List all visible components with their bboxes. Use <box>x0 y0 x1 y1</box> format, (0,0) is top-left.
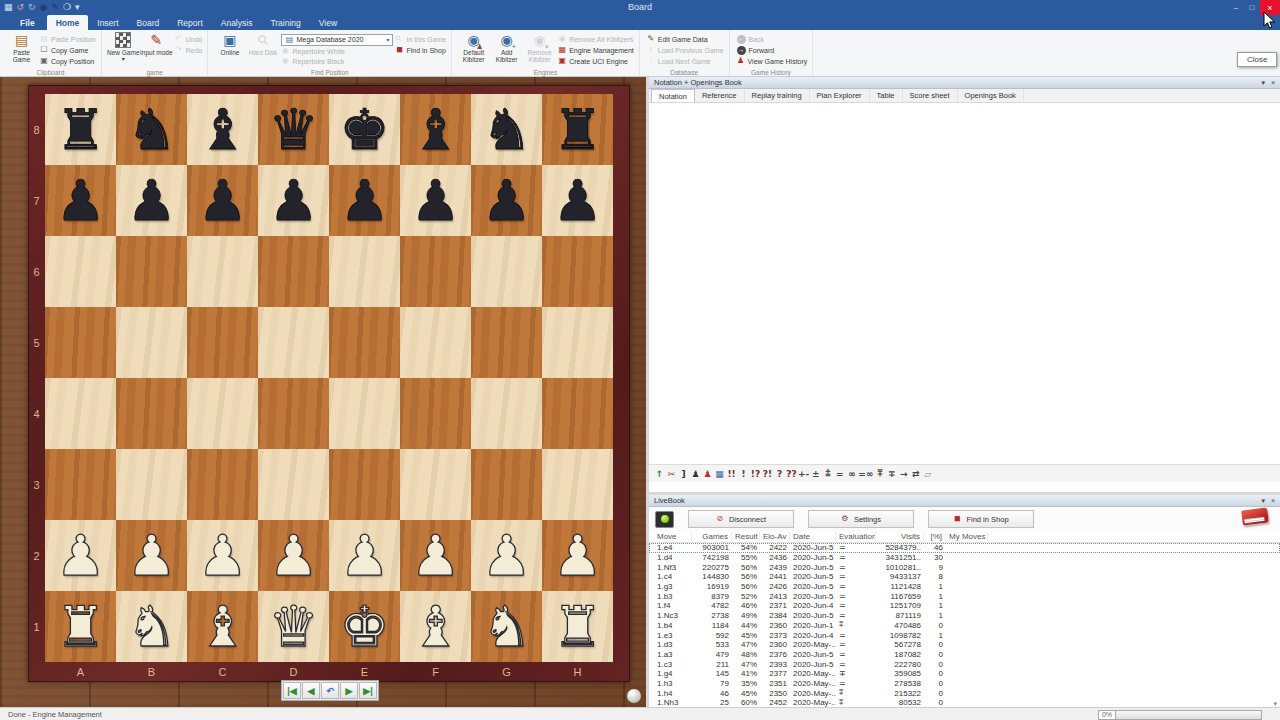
livebook-table: MoveGamesResultElo-AvDateEvaluationVisit… <box>649 531 1280 708</box>
square-c6[interactable] <box>187 236 258 307</box>
square-a4[interactable] <box>45 378 116 449</box>
square-c1[interactable]: ♝ <box>187 591 258 662</box>
cell-games: 16919 <box>692 582 732 591</box>
online-button[interactable]: ▣Online <box>213 32 246 66</box>
white-winning[interactable]: +- <box>798 469 809 479</box>
cell-evaluation: = <box>836 631 876 640</box>
piece-white-pawn[interactable]: ♟ <box>481 520 531 591</box>
goto-start-button[interactable]: |◀ <box>283 682 301 699</box>
square-g7[interactable]: ♟ <box>471 165 542 236</box>
button-label: Create UCI Engine <box>569 58 628 65</box>
cell-result: 44% <box>732 621 760 630</box>
panel-close-icon[interactable]: × <box>1271 79 1275 87</box>
square-d1[interactable]: ♛ <box>258 591 329 662</box>
unclear[interactable]: ∞ <box>846 469 857 479</box>
database-icon: ▤ <box>285 36 293 44</box>
column-header-[interactable]: [%] <box>924 532 946 541</box>
pencil-icon: ✎ <box>150 32 162 48</box>
cell-evaluation: = <box>836 679 876 688</box>
button-label: Find in Shop <box>966 515 1008 524</box>
cell-move: 1.c4 <box>654 572 692 581</box>
cell-date: 2020-Jun-5 <box>790 572 836 581</box>
piece-black-pawn[interactable]: ♟ <box>126 165 176 236</box>
forward-button[interactable]: ▶ <box>340 682 358 699</box>
square-h6[interactable] <box>542 236 613 307</box>
cell-evaluation: = <box>836 640 876 649</box>
square-f3[interactable] <box>400 449 471 520</box>
cell-games: 220275 <box>692 563 732 572</box>
status-bar: Done - Engine Management 0% <box>0 707 1280 720</box>
piece-white-pawn[interactable]: ♟ <box>339 520 389 591</box>
square-c5[interactable] <box>187 307 258 378</box>
interesting-move[interactable]: !? <box>750 469 761 479</box>
load-next-game-button: ↓Load Next Game <box>647 56 724 66</box>
square-a3[interactable] <box>45 449 116 520</box>
cell-elo-av: 2441 <box>760 572 790 581</box>
delete-remaining-icon[interactable]: ] <box>678 469 689 479</box>
piece-black-rook[interactable]: ♜ <box>552 94 602 165</box>
cell-visits: 222780 <box>876 660 924 669</box>
button-label: Settings <box>854 515 881 524</box>
white-better[interactable]: ± <box>810 469 821 479</box>
pieces-board-icon[interactable]: ▦ <box>714 469 725 479</box>
cell-elo-av: 2376 <box>760 650 790 659</box>
restore-button[interactable]: □ <box>1244 0 1260 15</box>
ribbon-tab-view[interactable]: View <box>310 15 346 30</box>
square-d2[interactable]: ♟ <box>258 520 329 591</box>
eraser-icon[interactable]: ▱ <box>922 469 933 479</box>
cell-evaluation: ⩱ <box>836 688 876 698</box>
piece-white-knight[interactable]: ♞ <box>126 591 176 662</box>
engine-icon: ▦ <box>558 46 566 54</box>
cell-: 0 <box>924 660 946 669</box>
cell-elo-av: 2393 <box>760 660 790 669</box>
input-mode-button[interactable]: ✎Input mode <box>140 32 173 66</box>
square-g6[interactable] <box>471 236 542 307</box>
history-forward-button[interactable]: →Forward <box>737 45 808 55</box>
ribbon-tab-analysis[interactable]: Analysis <box>212 15 262 30</box>
piece-black-knight[interactable]: ♞ <box>126 94 176 165</box>
square-d8[interactable]: ♛ <box>258 94 329 165</box>
square-c7[interactable]: ♟ <box>187 165 258 236</box>
column-header-mymoves[interactable]: My Moves <box>946 532 988 541</box>
ribbon-tab-training[interactable]: Training <box>261 15 309 30</box>
tab-table[interactable]: Table <box>870 89 903 102</box>
ribbon-tab-file[interactable]: File <box>8 15 47 30</box>
livebook-row-1.d4[interactable]: 1.d474219855%24362020-Jun-5=3431251..30 <box>649 553 1280 563</box>
attack-arrow[interactable]: → <box>898 469 909 479</box>
cut-variation-icon[interactable]: ✂ <box>666 469 677 479</box>
square-b8[interactable]: ♞ <box>116 94 187 165</box>
square-a8[interactable]: ♜ <box>45 94 116 165</box>
livebook-row-1.e3[interactable]: 1.e359245%23732020-Jun-4=10987821 <box>649 630 1280 640</box>
cell-visits: 1251709 <box>876 601 924 610</box>
livebook-row-1.h4[interactable]: 1.h44645%23502020-May-..⩱2153220 <box>649 688 1280 698</box>
square-f8[interactable]: ♝ <box>400 94 471 165</box>
square-g4[interactable] <box>471 378 542 449</box>
cell-games: 533 <box>692 640 732 649</box>
goto-end-button[interactable]: ▶| <box>359 682 377 699</box>
livebook-row-1.Nc3[interactable]: 1.Nc3273849%23842020-Jun-5=8711191 <box>649 611 1280 621</box>
black-better[interactable]: ∓ <box>886 469 897 479</box>
livebook-row-1.Nf3[interactable]: 1.Nf322027556%24392020-Jun-5=1010281..9 <box>649 562 1280 572</box>
button-label: Repertoire Black <box>292 58 344 65</box>
cell-: 1 <box>924 592 946 601</box>
square-g5[interactable] <box>471 307 542 378</box>
cell-games: 79 <box>692 679 732 688</box>
livebook-row-1.b3[interactable]: 1.b3837952%24132020-Jun-5=11676591 <box>649 591 1280 601</box>
ribbon-group-database: ✎Edit Game Data↑Load Previous Game↓Load … <box>640 30 730 76</box>
square-e3[interactable] <box>329 449 400 520</box>
ribbon-tab-board[interactable]: Board <box>128 15 169 30</box>
settings-button[interactable]: ⚙Settings <box>808 510 914 528</box>
game-navigation: |◀◀↶▶▶| <box>281 680 379 701</box>
piece-white-pawn[interactable]: ♟ <box>126 520 176 591</box>
button-label: Add Kibitzer <box>490 49 523 63</box>
button-label: New Game <box>107 49 140 56</box>
square-d3[interactable] <box>258 449 329 520</box>
dubious-move[interactable]: ?! <box>762 469 773 479</box>
disconnect-button[interactable]: ⊘Disconnect <box>688 510 794 528</box>
piece-white-queen[interactable]: ♛ <box>268 591 318 662</box>
cell-: 0 <box>924 698 946 707</box>
button-label: Paste Position <box>51 36 96 43</box>
cell-: 0 <box>924 621 946 630</box>
connection-status-button[interactable] <box>655 511 674 528</box>
piece-white-bishop[interactable]: ♝ <box>410 591 460 662</box>
cell-visits: 9433137 <box>876 572 924 581</box>
red-pawn-icon[interactable]: ♟ <box>702 469 713 479</box>
square-b2[interactable]: ♟ <box>116 520 187 591</box>
piece-black-pawn[interactable]: ♟ <box>197 165 247 236</box>
rank-label-6: 6 <box>28 236 45 307</box>
board-settings-ball[interactable] <box>627 689 641 703</box>
square-c4[interactable] <box>187 378 258 449</box>
cell-: 30 <box>924 553 946 562</box>
create-uci-engine-button[interactable]: ▣Create UCI Engine <box>558 56 634 66</box>
column-header-result[interactable]: Result <box>732 532 760 541</box>
livebook-row-1.c3[interactable]: 1.c321147%23932020-Jun-5=2227800 <box>649 659 1280 669</box>
square-a5[interactable] <box>45 307 116 378</box>
engine-management-button[interactable]: ▦Engine Management <box>558 45 634 55</box>
cell-date: 2020-Jun-5 <box>790 592 836 601</box>
ribbon-group-label: Game History <box>730 69 813 76</box>
black-pawn-icon[interactable]: ♟ <box>690 469 701 479</box>
find-in-shop-button[interactable]: ◼Find in Shop <box>928 510 1034 528</box>
button-label: Input mode <box>140 49 173 56</box>
column-header-evaluation[interactable]: Evaluation <box>836 532 876 541</box>
cell-move: 1.b4 <box>654 621 692 630</box>
minimize-button[interactable]: – <box>1228 0 1244 15</box>
edit-game-data-button[interactable]: ✎Edit Game Data <box>647 34 724 44</box>
ribbon-tab-insert[interactable]: Insert <box>88 15 127 30</box>
cell-visits: 187082 <box>876 650 924 659</box>
button-label: Forward <box>749 47 775 54</box>
cell-evaluation: = <box>836 563 876 572</box>
cell-evaluation: = <box>836 572 876 581</box>
square-e2[interactable]: ♟ <box>329 520 400 591</box>
square-a1[interactable]: ♜ <box>45 591 116 662</box>
tab-openings-book[interactable]: Openings Book <box>958 89 1024 102</box>
rank-label-1: 1 <box>28 591 45 662</box>
cell-: 0 <box>924 640 946 649</box>
button-label: Edit Game Data <box>658 36 708 43</box>
square-b1[interactable]: ♞ <box>116 591 187 662</box>
livebook-panel-title: LiveBook <box>654 496 685 505</box>
cell-elo-av: 2377 <box>760 669 790 678</box>
piece-white-pawn[interactable]: ♟ <box>55 520 105 591</box>
new-game-button[interactable]: New Game▾ <box>107 32 140 66</box>
piece-black-queen[interactable]: ♛ <box>268 94 318 165</box>
cell-move: 1.e4 <box>654 543 692 552</box>
square-b3[interactable] <box>116 449 187 520</box>
ribbon-tab-home[interactable]: Home <box>47 15 89 30</box>
square-f7[interactable]: ♟ <box>400 165 471 236</box>
square-e7[interactable]: ♟ <box>329 165 400 236</box>
uci-icon: ▣ <box>558 57 566 65</box>
in-this-game-button: ⚲In this Game <box>395 34 446 44</box>
livebook-logo <box>1241 507 1269 525</box>
database-combo[interactable]: ▤Mega Database 2020▾ <box>281 34 393 46</box>
square-a6[interactable] <box>45 236 116 307</box>
piece-black-pawn[interactable]: ♟ <box>481 165 531 236</box>
livebook-row-1.g3[interactable]: 1.g31691956%24262020-Jun-5=11214281 <box>649 582 1280 592</box>
tab-reference[interactable]: Reference <box>695 89 745 102</box>
button-label: Find in Shop <box>406 47 445 54</box>
piece-white-pawn[interactable]: ♟ <box>552 520 602 591</box>
cell-result: 56% <box>732 572 760 581</box>
piece-black-king[interactable]: ♚ <box>339 94 389 165</box>
compensation[interactable]: =∞ <box>858 469 873 479</box>
square-f2[interactable]: ♟ <box>400 520 471 591</box>
ribbon-tab-report[interactable]: Report <box>168 15 212 30</box>
square-h1[interactable]: ♜ <box>542 591 613 662</box>
piece-white-pawn[interactable]: ♟ <box>410 520 460 591</box>
panel-menu-icon[interactable]: ▾ <box>1261 497 1265 505</box>
cell-elo-av: 2350 <box>760 689 790 698</box>
add-kibitzer-button[interactable]: ◉+Add Kibitzer <box>490 32 523 66</box>
cell-date: 2020-Jun-5 <box>790 660 836 669</box>
good-move[interactable]: ! <box>738 469 749 479</box>
square-e4[interactable] <box>329 378 400 449</box>
livebook-row-1.g4[interactable]: 1.g414541%23772020-May-..∓3590850 <box>649 669 1280 679</box>
square-a7[interactable]: ♟ <box>45 165 116 236</box>
square-b6[interactable] <box>116 236 187 307</box>
livebook-table-rows: 1.e490300154%24222020-Jun-5=5284379..461… <box>649 543 1280 708</box>
tab-score-sheet[interactable]: Score sheet <box>903 89 958 102</box>
square-a2[interactable]: ♟ <box>45 520 116 591</box>
cell-elo-av: 2371 <box>760 601 790 610</box>
ribbon-group-label: Engines <box>452 69 639 76</box>
tab-plan-explorer[interactable]: Plan Explorer <box>810 89 870 102</box>
piece-white-knight[interactable]: ♞ <box>481 591 531 662</box>
column-header-visits[interactable]: Visits <box>876 532 924 541</box>
column-header-date[interactable]: Date <box>790 532 836 541</box>
black-slightly-better[interactable]: ⩱ <box>874 468 885 479</box>
copy-position-button[interactable]: ▣Copy Position <box>40 56 96 66</box>
progress-track <box>1116 710 1262 720</box>
square-b7[interactable]: ♟ <box>116 165 187 236</box>
find-in-shop-position-button[interactable]: ◼Find in Shop <box>395 45 446 55</box>
magnifier-icon: ⚲ <box>254 31 273 50</box>
back-button[interactable]: ◀ <box>302 682 320 699</box>
piece-black-pawn[interactable]: ♟ <box>55 165 105 236</box>
piece-black-rook[interactable]: ♜ <box>55 94 105 165</box>
equal[interactable]: = <box>834 469 845 479</box>
piece-black-bishop[interactable]: ♝ <box>197 94 247 165</box>
square-b4[interactable] <box>116 378 187 449</box>
square-h5[interactable] <box>542 307 613 378</box>
cell-date: 2020-May-.. <box>790 698 836 707</box>
piece-white-bishop[interactable]: ♝ <box>197 591 247 662</box>
very-good-move[interactable]: !! <box>726 469 737 479</box>
cell-: 0 <box>924 679 946 688</box>
file-label-h: H <box>542 662 613 682</box>
cell-visits: 359085 <box>876 669 924 678</box>
progress-label: 0% <box>1098 710 1116 720</box>
tab-notation[interactable]: Notation <box>651 89 695 102</box>
column-header-move[interactable]: Move <box>654 532 692 541</box>
cell-result: 47% <box>732 640 760 649</box>
square-c3[interactable] <box>187 449 258 520</box>
copy-icon: ▣ <box>40 57 48 65</box>
square-d4[interactable] <box>258 378 329 449</box>
cell-move: 1.f4 <box>654 601 692 610</box>
cell-visits: 470486 <box>876 621 924 630</box>
clipboard-icon: ▤ <box>15 32 28 48</box>
ribbon-group-game: New Game▾✎Input mode↶Undo↷Redogame <box>102 30 209 76</box>
piece-white-king[interactable]: ♚ <box>339 591 389 662</box>
livebook-row-1.a3[interactable]: 1.a347948%23762020-Jun-5=1870820 <box>649 650 1280 660</box>
cell-games: 1184 <box>692 621 732 630</box>
button-label: Copy Position <box>51 58 94 65</box>
counterplay-arrows[interactable]: ⇄ <box>910 469 921 479</box>
button-label: Online <box>221 49 240 56</box>
square-h2[interactable]: ♟ <box>542 520 613 591</box>
square-g3[interactable] <box>471 449 542 520</box>
view-game-history-button[interactable]: ♟View Game History <box>737 56 808 66</box>
notation-content[interactable] <box>649 103 1280 464</box>
square-g8[interactable]: ♞ <box>471 94 542 165</box>
piece-white-pawn[interactable]: ♟ <box>197 520 247 591</box>
square-e6[interactable] <box>329 236 400 307</box>
cell-move: 1.Nh3 <box>654 698 692 707</box>
load-previous-game-button: ↑Load Previous Game <box>647 45 724 55</box>
square-e8[interactable]: ♚ <box>329 94 400 165</box>
right-panels: Notation + Openings Book ▾ × NotationRef… <box>649 77 1280 707</box>
square-f5[interactable] <box>400 307 471 378</box>
up-icon: ↑ <box>647 46 655 54</box>
rank-label-3: 3 <box>28 449 45 520</box>
cell-date: 2020-May-.. <box>790 640 836 649</box>
file-label-a: A <box>45 662 116 682</box>
panel-close-icon[interactable]: × <box>1271 497 1275 505</box>
cell-date: 2020-Jun-5 <box>790 650 836 659</box>
piece-black-pawn[interactable]: ♟ <box>339 165 389 236</box>
cell-date: 2020-Jun-5 <box>790 553 836 562</box>
piece-white-pawn[interactable]: ♟ <box>268 520 318 591</box>
cell-visits: 80532 <box>876 698 924 707</box>
square-h7[interactable]: ♟ <box>542 165 613 236</box>
promote-variation-icon[interactable]: ↑ <box>654 469 665 479</box>
cell-evaluation: ∓ <box>836 669 876 678</box>
paste-game-button[interactable]: ▤Paste Game <box>5 32 38 66</box>
square-d6[interactable] <box>258 236 329 307</box>
checkbox-icon: ☐ <box>40 46 48 54</box>
tab-replay-training[interactable]: Replay training <box>745 89 810 102</box>
wrench-icon: ⚙ <box>841 515 849 523</box>
cell-date: 2020-Jun-5 <box>790 563 836 572</box>
livebook-row-1.b4[interactable]: 1.b4118444%23602020-Jun-1⩱4704860 <box>649 621 1280 631</box>
mistake[interactable]: ? <box>774 469 785 479</box>
repertoire-black-icon: ◉ <box>281 57 289 65</box>
square-f4[interactable] <box>400 378 471 449</box>
piece-white-rook[interactable]: ♜ <box>552 591 602 662</box>
ribbon-group-clipboard: ▤Paste Game▤Paste Position☐Copy Game▣Cop… <box>0 30 102 76</box>
piece-white-rook[interactable]: ♜ <box>55 591 105 662</box>
takeback-button[interactable]: ↶ <box>321 682 339 699</box>
square-b5[interactable] <box>116 307 187 378</box>
square-g2[interactable]: ♟ <box>471 520 542 591</box>
square-f1[interactable]: ♝ <box>400 591 471 662</box>
mouse-cursor <box>1263 11 1276 30</box>
piece-black-bishop[interactable]: ♝ <box>410 94 460 165</box>
cell-elo-av: 2351 <box>760 679 790 688</box>
window-title: Board <box>0 0 1280 15</box>
piece-black-pawn[interactable]: ♟ <box>410 165 460 236</box>
square-f6[interactable] <box>400 236 471 307</box>
square-h8[interactable]: ♜ <box>542 94 613 165</box>
cell-games: 903001 <box>692 543 732 552</box>
square-h3[interactable] <box>542 449 613 520</box>
square-d5[interactable] <box>258 307 329 378</box>
livebook-row-1.d3[interactable]: 1.d353347%23602020-May-..=5672780 <box>649 640 1280 650</box>
remove-all-icon: ◉ <box>558 35 566 43</box>
cell-move: 1.h4 <box>654 689 692 698</box>
square-c8[interactable]: ♝ <box>187 94 258 165</box>
redo-button: ↷Redo <box>175 45 203 55</box>
panel-menu-icon[interactable]: ▾ <box>1261 79 1265 87</box>
white-slightly-better[interactable]: ⩲ <box>822 468 833 479</box>
copy-game-button[interactable]: ☐Copy Game <box>40 45 96 55</box>
livebook-row-1.f4[interactable]: 1.f4478246%23712020-Jun-4=12517091 <box>649 601 1280 611</box>
livebook-row-1.c4[interactable]: 1.c414483056%24412020-Jun-5=94331378 <box>649 572 1280 582</box>
square-e5[interactable] <box>329 307 400 378</box>
cell-date: 2020-May-.. <box>790 669 836 678</box>
square-g1[interactable]: ♞ <box>471 591 542 662</box>
cell-elo-av: 2426 <box>760 582 790 591</box>
livebook-row-1.h3[interactable]: 1.h37935%23512020-May-..=2785380 <box>649 679 1280 689</box>
piece-black-pawn[interactable]: ♟ <box>552 165 602 236</box>
cell-evaluation: = <box>836 553 876 562</box>
square-h4[interactable] <box>542 378 613 449</box>
square-d7[interactable]: ♟ <box>258 165 329 236</box>
column-header-elo-av[interactable]: Elo-Av <box>760 532 790 541</box>
piece-black-pawn[interactable]: ♟ <box>268 165 318 236</box>
cell-result: 45% <box>732 631 760 640</box>
default-kibitzer-button[interactable]: ◉♟Default Kibitzer <box>457 32 490 66</box>
cell-date: 2020-Jun-4 <box>790 631 836 640</box>
cell-move: 1.g3 <box>654 582 692 591</box>
livebook-row-1.e4[interactable]: 1.e490300154%24222020-Jun-5=5284379..46 <box>649 543 1280 553</box>
cell-elo-av: 2360 <box>760 640 790 649</box>
dropdown-arrow-icon[interactable]: ▾ <box>386 36 389 43</box>
square-e1[interactable]: ♚ <box>329 591 400 662</box>
blunder[interactable]: ?? <box>786 469 797 479</box>
piece-black-knight[interactable]: ♞ <box>481 94 531 165</box>
square-c2[interactable]: ♟ <box>187 520 258 591</box>
column-header-games[interactable]: Games <box>692 532 732 541</box>
